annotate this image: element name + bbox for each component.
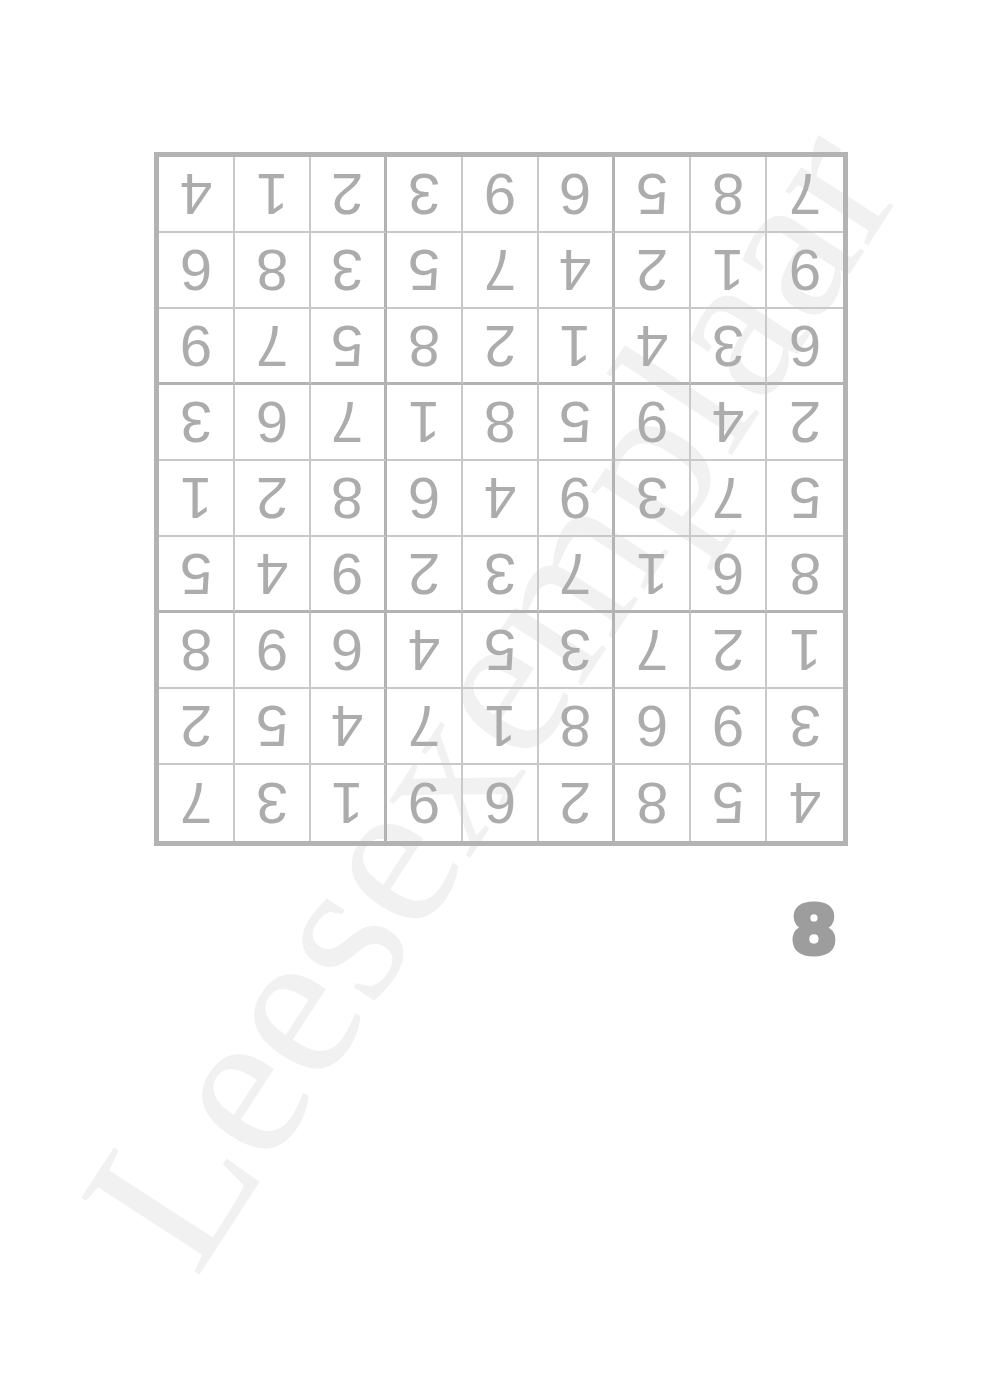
sudoku-digit: 4: [331, 697, 363, 755]
sudoku-cell: 1: [539, 309, 615, 385]
sudoku-cell: 9: [539, 461, 615, 537]
sudoku-cell: 3: [539, 613, 615, 689]
sudoku-cell: 6: [691, 537, 767, 613]
sudoku-digit: 5: [484, 621, 516, 679]
sudoku-cell: 6: [767, 309, 843, 385]
sudoku-cell: 8: [463, 385, 539, 461]
sudoku-digit: 8: [408, 317, 440, 375]
sudoku-digit: 7: [789, 165, 821, 223]
sudoku-cell: 9: [159, 309, 235, 385]
sudoku-digit: 7: [712, 469, 744, 527]
sudoku-cell: 4: [311, 689, 387, 765]
sudoku-digit: 4: [712, 393, 744, 451]
sudoku-cell: 5: [767, 461, 843, 537]
sudoku-digit: 8: [636, 774, 668, 832]
sudoku-cell: 9: [767, 233, 843, 309]
sudoku-cell: 5: [615, 157, 691, 233]
sudoku-cell: 7: [691, 461, 767, 537]
sudoku-cell: 4: [615, 309, 691, 385]
sudoku-digit: 6: [331, 621, 363, 679]
sudoku-digit: 4: [256, 545, 288, 603]
sudoku-cell: 2: [691, 613, 767, 689]
sudoku-cell: 8: [387, 309, 463, 385]
sudoku-cell: 4: [767, 765, 843, 841]
sudoku-digit: 2: [331, 165, 363, 223]
sudoku-cell: 6: [615, 689, 691, 765]
sudoku-cell: 2: [387, 537, 463, 613]
sudoku-digit: 1: [331, 774, 363, 832]
sudoku-cell: 6: [539, 157, 615, 233]
sudoku-digit: 2: [789, 393, 821, 451]
sudoku-cell: 3: [691, 309, 767, 385]
sudoku-digit: 3: [712, 317, 744, 375]
sudoku-digit: 7: [636, 621, 668, 679]
sudoku-digit: 4: [559, 241, 591, 299]
sudoku-cell: 9: [387, 765, 463, 841]
sudoku-digit: 8: [559, 697, 591, 755]
sudoku-cell: 5: [691, 765, 767, 841]
sudoku-cell: 1: [691, 233, 767, 309]
sudoku-digit: 2: [559, 774, 591, 832]
sudoku-cell: 8: [767, 537, 843, 613]
sudoku-digit: 6: [256, 393, 288, 451]
sudoku-cell: 8: [539, 689, 615, 765]
sudoku-cell: 1: [159, 461, 235, 537]
sudoku-cell: 6: [159, 233, 235, 309]
sudoku-cell: 8: [159, 613, 235, 689]
sudoku-cell: 4: [159, 157, 235, 233]
sudoku-digit: 4: [180, 165, 212, 223]
sudoku-digit: 3: [559, 621, 591, 679]
sudoku-cell: 4: [387, 613, 463, 689]
sudoku-digit: 5: [408, 241, 440, 299]
sudoku-digit: 2: [180, 697, 212, 755]
sudoku-digit: 3: [180, 393, 212, 451]
sudoku-digit: 7: [256, 317, 288, 375]
sudoku-digit: 7: [331, 393, 363, 451]
sudoku-cell: 8: [615, 765, 691, 841]
sudoku-cell: 4: [539, 233, 615, 309]
sudoku-cell: 6: [311, 613, 387, 689]
sudoku-digit: 2: [484, 317, 516, 375]
sudoku-digit: 9: [180, 317, 212, 375]
sudoku-digit: 2: [256, 469, 288, 527]
sudoku-digit: 1: [180, 469, 212, 527]
sudoku-cell: 7: [159, 765, 235, 841]
sudoku-cell: 1: [767, 613, 843, 689]
sudoku-digit: 3: [636, 469, 668, 527]
sudoku-cell: 4: [235, 537, 311, 613]
sudoku-digit: 4: [408, 621, 440, 679]
sudoku-digit: 9: [559, 469, 591, 527]
sudoku-cell: 3: [463, 537, 539, 613]
sudoku-cell: 9: [691, 689, 767, 765]
sudoku-digit: 7: [559, 545, 591, 603]
sudoku-cell: 9: [615, 385, 691, 461]
sudoku-digit: 3: [484, 545, 516, 603]
sudoku-digit: 5: [712, 774, 744, 832]
sudoku-digit: 1: [636, 545, 668, 603]
sudoku-cell: 1: [235, 157, 311, 233]
sudoku-digit: 7: [484, 241, 516, 299]
sudoku-cell: 2: [615, 233, 691, 309]
sudoku-digit: 8: [484, 393, 516, 451]
sudoku-digit: 8: [256, 241, 288, 299]
sudoku-digit: 8: [331, 469, 363, 527]
page-number: 8: [791, 898, 837, 964]
sudoku-cell: 3: [387, 157, 463, 233]
sudoku-cell: 7: [235, 309, 311, 385]
sudoku-cell: 1: [463, 689, 539, 765]
sudoku-digit: 2: [712, 621, 744, 679]
sudoku-cell: 7: [615, 613, 691, 689]
sudoku-cell: 9: [235, 613, 311, 689]
sudoku-cell: 9: [463, 157, 539, 233]
sudoku-cell: 2: [159, 689, 235, 765]
sudoku-digit: 8: [180, 621, 212, 679]
sudoku-digit: 6: [408, 469, 440, 527]
sudoku-cell: 3: [311, 233, 387, 309]
sudoku-digit: 7: [408, 697, 440, 755]
sudoku-cell: 7: [311, 385, 387, 461]
sudoku-cell: 2: [311, 157, 387, 233]
sudoku-digit: 1: [256, 165, 288, 223]
sudoku-digit: 5: [789, 469, 821, 527]
sudoku-digit: 4: [636, 317, 668, 375]
sudoku-cell: 1: [387, 385, 463, 461]
sudoku-digit: 1: [408, 393, 440, 451]
sudoku-digit: 6: [636, 697, 668, 755]
sudoku-digit: 8: [712, 165, 744, 223]
sudoku-digit: 1: [712, 241, 744, 299]
sudoku-digit: 6: [180, 241, 212, 299]
sudoku-cell: 3: [767, 689, 843, 765]
sudoku-cell: 4: [691, 385, 767, 461]
sudoku-digit: 1: [484, 697, 516, 755]
sudoku-cell: 1: [311, 765, 387, 841]
sudoku-digit: 9: [636, 393, 668, 451]
sudoku-digit: 3: [789, 697, 821, 755]
sudoku-cell: 2: [463, 309, 539, 385]
sudoku-cell: 8: [311, 461, 387, 537]
sudoku-digit: 6: [712, 545, 744, 603]
sudoku-digit: 4: [484, 469, 516, 527]
sudoku-cell: 4: [463, 461, 539, 537]
sudoku-cell: 6: [387, 461, 463, 537]
sudoku-cell: 7: [463, 233, 539, 309]
sudoku-cell: 3: [615, 461, 691, 537]
sudoku-cell: 7: [767, 157, 843, 233]
sudoku-digit: 2: [636, 241, 668, 299]
sudoku-digit: 5: [636, 165, 668, 223]
sudoku-digit: 3: [408, 165, 440, 223]
sudoku-digit: 5: [331, 317, 363, 375]
sudoku-digit: 1: [789, 621, 821, 679]
sudoku-cell: 1: [615, 537, 691, 613]
sudoku-cell: 5: [235, 689, 311, 765]
sudoku-cell: 8: [235, 233, 311, 309]
sudoku-cell: 8: [691, 157, 767, 233]
sudoku-cell: 2: [539, 765, 615, 841]
sudoku-cell: 5: [539, 385, 615, 461]
sudoku-digit: 6: [559, 165, 591, 223]
sudoku-cell: 5: [463, 613, 539, 689]
sudoku-digit: 9: [331, 545, 363, 603]
sudoku-cell: 5: [387, 233, 463, 309]
sudoku-cell: 6: [235, 385, 311, 461]
sudoku-grid: 4123965876835742199758214363671859421286…: [154, 152, 848, 846]
sudoku-digit: 6: [789, 317, 821, 375]
sudoku-digit: 9: [408, 774, 440, 832]
sudoku-digit: 9: [484, 165, 516, 223]
sudoku-digit: 4: [789, 774, 821, 832]
sudoku-cell: 2: [767, 385, 843, 461]
sudoku-cell: 7: [539, 537, 615, 613]
sudoku-digit: 7: [180, 774, 212, 832]
sudoku-cell: 9: [311, 537, 387, 613]
sudoku-cell: 7: [387, 689, 463, 765]
sudoku-cell: 5: [311, 309, 387, 385]
sudoku-digit: 3: [256, 774, 288, 832]
sudoku-digit: 5: [256, 697, 288, 755]
sudoku-digit: 5: [559, 393, 591, 451]
sudoku-cell: 5: [159, 537, 235, 613]
sudoku-digit: 8: [789, 545, 821, 603]
sudoku-cell: 3: [235, 765, 311, 841]
sudoku-digit: 3: [331, 241, 363, 299]
sudoku-digit: 2: [408, 545, 440, 603]
sudoku-digit: 9: [256, 621, 288, 679]
sudoku-cell: 2: [235, 461, 311, 537]
sudoku-digit: 6: [484, 774, 516, 832]
sudoku-digit: 5: [180, 545, 212, 603]
sudoku-cell: 3: [159, 385, 235, 461]
sudoku-digit: 1: [559, 317, 591, 375]
sudoku-cell: 6: [463, 765, 539, 841]
sudoku-digit: 9: [789, 241, 821, 299]
sudoku-digit: 9: [712, 697, 744, 755]
